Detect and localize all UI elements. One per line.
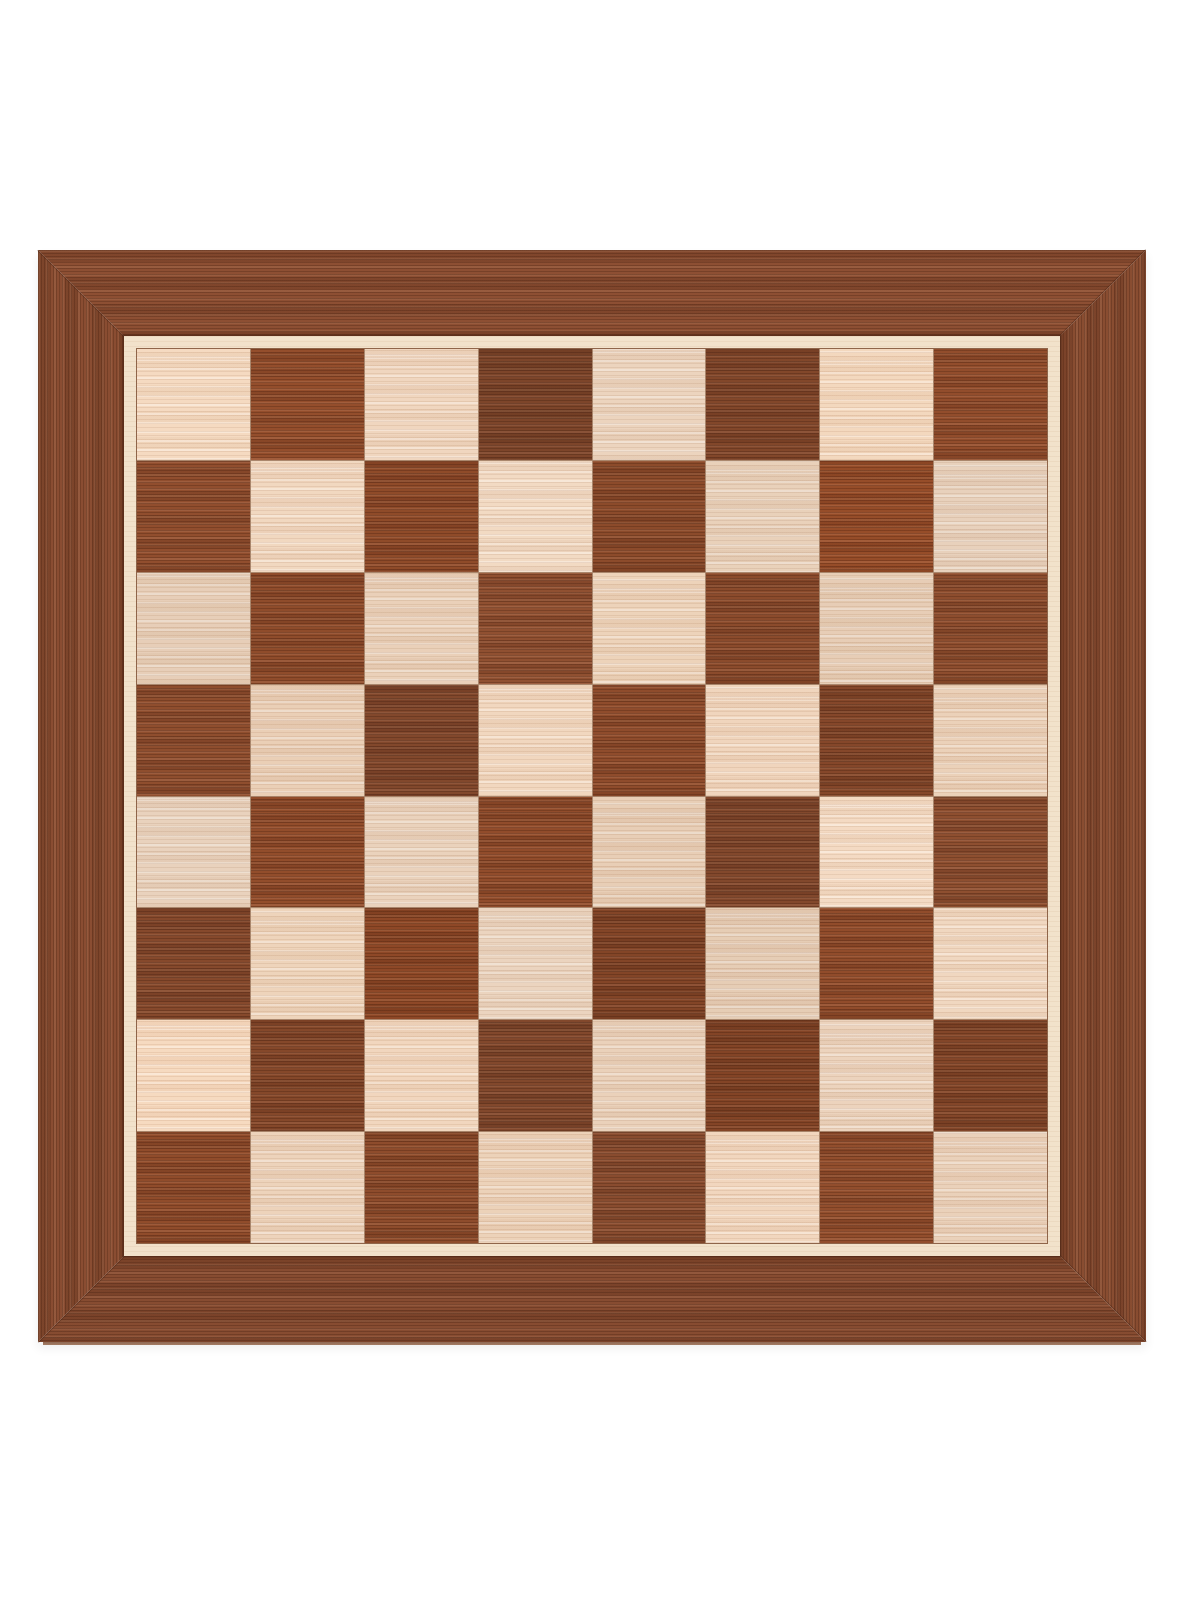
- board-frame-left: [38, 250, 124, 1342]
- square-e8: [593, 349, 706, 460]
- square-a2: [137, 1020, 250, 1131]
- square-c7: [365, 461, 478, 572]
- square-g2: [820, 1020, 933, 1131]
- square-h1: [934, 1132, 1047, 1243]
- square-b7: [251, 461, 364, 572]
- square-d4: [479, 797, 592, 908]
- square-f1: [706, 1132, 819, 1243]
- square-e5: [593, 685, 706, 796]
- square-g1: [820, 1132, 933, 1243]
- square-c6: [365, 573, 478, 684]
- square-c5: [365, 685, 478, 796]
- square-e3: [593, 908, 706, 1019]
- board-frame-top: [38, 250, 1146, 336]
- square-a1: [137, 1132, 250, 1243]
- square-h2: [934, 1020, 1047, 1131]
- chess-board: [38, 250, 1146, 1342]
- square-d6: [479, 573, 592, 684]
- square-d5: [479, 685, 592, 796]
- square-a6: [137, 573, 250, 684]
- maple-trim-border: [124, 336, 1060, 1256]
- photo-background: { "game": "chess", "scene": "Empty woode…: [0, 0, 1200, 1600]
- square-g8: [820, 349, 933, 460]
- square-e4: [593, 797, 706, 908]
- square-g3: [820, 908, 933, 1019]
- square-f7: [706, 461, 819, 572]
- square-f4: [706, 797, 819, 908]
- square-d2: [479, 1020, 592, 1131]
- square-g7: [820, 461, 933, 572]
- square-c3: [365, 908, 478, 1019]
- square-c8: [365, 349, 478, 460]
- square-e2: [593, 1020, 706, 1131]
- square-d1: [479, 1132, 592, 1243]
- square-f3: [706, 908, 819, 1019]
- square-h7: [934, 461, 1047, 572]
- square-b3: [251, 908, 364, 1019]
- square-f6: [706, 573, 819, 684]
- square-a4: [137, 797, 250, 908]
- square-b4: [251, 797, 364, 908]
- square-c2: [365, 1020, 478, 1131]
- square-f5: [706, 685, 819, 796]
- square-h4: [934, 797, 1047, 908]
- board-frame-right: [1060, 250, 1146, 1342]
- square-a3: [137, 908, 250, 1019]
- square-h6: [934, 573, 1047, 684]
- board-squares-grid: [136, 348, 1048, 1244]
- square-c4: [365, 797, 478, 908]
- square-b2: [251, 1020, 364, 1131]
- square-b1: [251, 1132, 364, 1243]
- board-frame-bottom: [38, 1256, 1146, 1342]
- square-c1: [365, 1132, 478, 1243]
- square-a7: [137, 461, 250, 572]
- square-e7: [593, 461, 706, 572]
- square-d7: [479, 461, 592, 572]
- square-g5: [820, 685, 933, 796]
- square-h3: [934, 908, 1047, 1019]
- square-b5: [251, 685, 364, 796]
- square-f2: [706, 1020, 819, 1131]
- square-h5: [934, 685, 1047, 796]
- square-g4: [820, 797, 933, 908]
- square-b8: [251, 349, 364, 460]
- square-a5: [137, 685, 250, 796]
- board-bottom-edge: [43, 1342, 1141, 1345]
- square-h8: [934, 349, 1047, 460]
- square-b6: [251, 573, 364, 684]
- square-e6: [593, 573, 706, 684]
- square-g6: [820, 573, 933, 684]
- square-d8: [479, 349, 592, 460]
- square-f8: [706, 349, 819, 460]
- square-d3: [479, 908, 592, 1019]
- square-e1: [593, 1132, 706, 1243]
- square-a8: [137, 349, 250, 460]
